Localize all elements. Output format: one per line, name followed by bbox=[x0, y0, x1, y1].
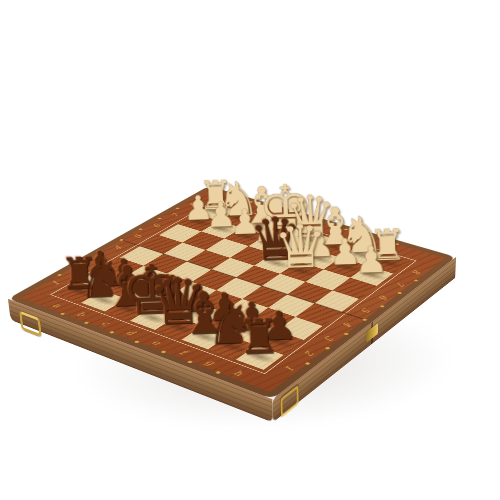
pawn-glyph: ♟ bbox=[354, 242, 388, 279]
queen-glyph: ♛ bbox=[273, 216, 329, 278]
camera-tilt-wrapper: a11b22c33d44e55f66g77h88♜♞♝♚♛♝♞♜♟♟♟♟♟♟♟♟… bbox=[0, 0, 500, 500]
brass-latch-left[interactable] bbox=[19, 311, 42, 338]
product-photo-scene: a11b22c33d44e55f66g77h88♜♞♝♚♛♝♞♜♟♟♟♟♟♟♟♟… bbox=[0, 0, 500, 500]
rook-glyph: ♜ bbox=[237, 313, 281, 362]
